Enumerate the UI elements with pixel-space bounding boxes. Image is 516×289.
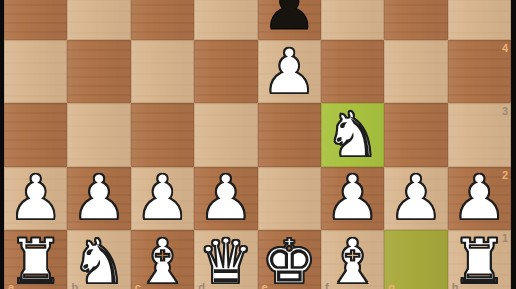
white-pawn[interactable]: ♟ <box>8 167 64 229</box>
square-d2[interactable]: ♟ <box>194 167 257 230</box>
white-pawn[interactable]: ♟ <box>325 167 381 229</box>
square-e4[interactable]: ♟ <box>258 40 321 103</box>
square-e5[interactable]: ♟ <box>258 0 321 40</box>
square-c4[interactable] <box>131 40 194 103</box>
square-e3[interactable] <box>258 103 321 166</box>
square-h1[interactable]: ♜1h <box>448 230 511 289</box>
file-label-g: g <box>388 282 395 289</box>
square-d1[interactable]: ♛d <box>194 230 257 289</box>
rank-label-3: 3 <box>502 106 508 117</box>
square-d5[interactable] <box>194 0 257 40</box>
square-f5[interactable] <box>321 0 384 40</box>
white-pawn[interactable]: ♟ <box>388 167 444 229</box>
chess-board: ♜♞♝♛♚♝♞♜8♟♟♟♟♟♟♟76♟5♟4♞3♟♟♟♟♟♟♟2♜a♞b♝c♛d… <box>4 0 511 289</box>
square-b1[interactable]: ♞b <box>67 230 130 289</box>
square-d3[interactable] <box>194 103 257 166</box>
square-g1[interactable]: g <box>384 230 447 289</box>
square-c5[interactable] <box>131 0 194 40</box>
square-a2[interactable]: ♟ <box>4 167 67 230</box>
white-pawn[interactable]: ♟ <box>452 167 508 229</box>
white-pawn[interactable]: ♟ <box>198 167 254 229</box>
square-h5[interactable]: 5 <box>448 0 511 40</box>
white-pawn[interactable]: ♟ <box>71 167 127 229</box>
square-f4[interactable] <box>321 40 384 103</box>
square-b4[interactable] <box>67 40 130 103</box>
black-pawn[interactable]: ♟ <box>261 0 317 39</box>
square-f3[interactable]: ♞ <box>321 103 384 166</box>
square-g4[interactable] <box>384 40 447 103</box>
square-e2[interactable] <box>258 167 321 230</box>
square-c2[interactable]: ♟ <box>131 167 194 230</box>
square-a3[interactable] <box>4 103 67 166</box>
square-c3[interactable] <box>131 103 194 166</box>
square-a5[interactable] <box>4 0 67 40</box>
square-b2[interactable]: ♟ <box>67 167 130 230</box>
white-knight[interactable]: ♞ <box>71 231 127 289</box>
square-f1[interactable]: ♝f <box>321 230 384 289</box>
white-king[interactable]: ♚ <box>261 231 317 289</box>
white-bishop[interactable]: ♝ <box>135 231 191 289</box>
square-h3[interactable]: 3 <box>448 103 511 166</box>
square-d4[interactable] <box>194 40 257 103</box>
square-h2[interactable]: ♟2 <box>448 167 511 230</box>
square-c1[interactable]: ♝c <box>131 230 194 289</box>
white-bishop[interactable]: ♝ <box>325 231 381 289</box>
white-knight[interactable]: ♞ <box>325 104 381 166</box>
square-g2[interactable]: ♟ <box>384 167 447 230</box>
square-b5[interactable] <box>67 0 130 40</box>
white-rook[interactable]: ♜ <box>452 231 508 289</box>
square-f2[interactable]: ♟ <box>321 167 384 230</box>
square-h4[interactable]: 4 <box>448 40 511 103</box>
square-e1[interactable]: ♚e <box>258 230 321 289</box>
white-pawn[interactable]: ♟ <box>261 41 317 103</box>
square-g3[interactable] <box>384 103 447 166</box>
white-pawn[interactable]: ♟ <box>135 167 191 229</box>
video-frame: ♜♞♝♛♚♝♞♜8♟♟♟♟♟♟♟76♟5♟4♞3♟♟♟♟♟♟♟2♜a♞b♝c♛d… <box>0 0 516 289</box>
square-a1[interactable]: ♜a <box>4 230 67 289</box>
square-a4[interactable] <box>4 40 67 103</box>
rank-label-4: 4 <box>502 43 508 54</box>
square-g5[interactable] <box>384 0 447 40</box>
white-rook[interactable]: ♜ <box>8 231 64 289</box>
square-b3[interactable] <box>67 103 130 166</box>
white-queen[interactable]: ♛ <box>198 231 254 289</box>
